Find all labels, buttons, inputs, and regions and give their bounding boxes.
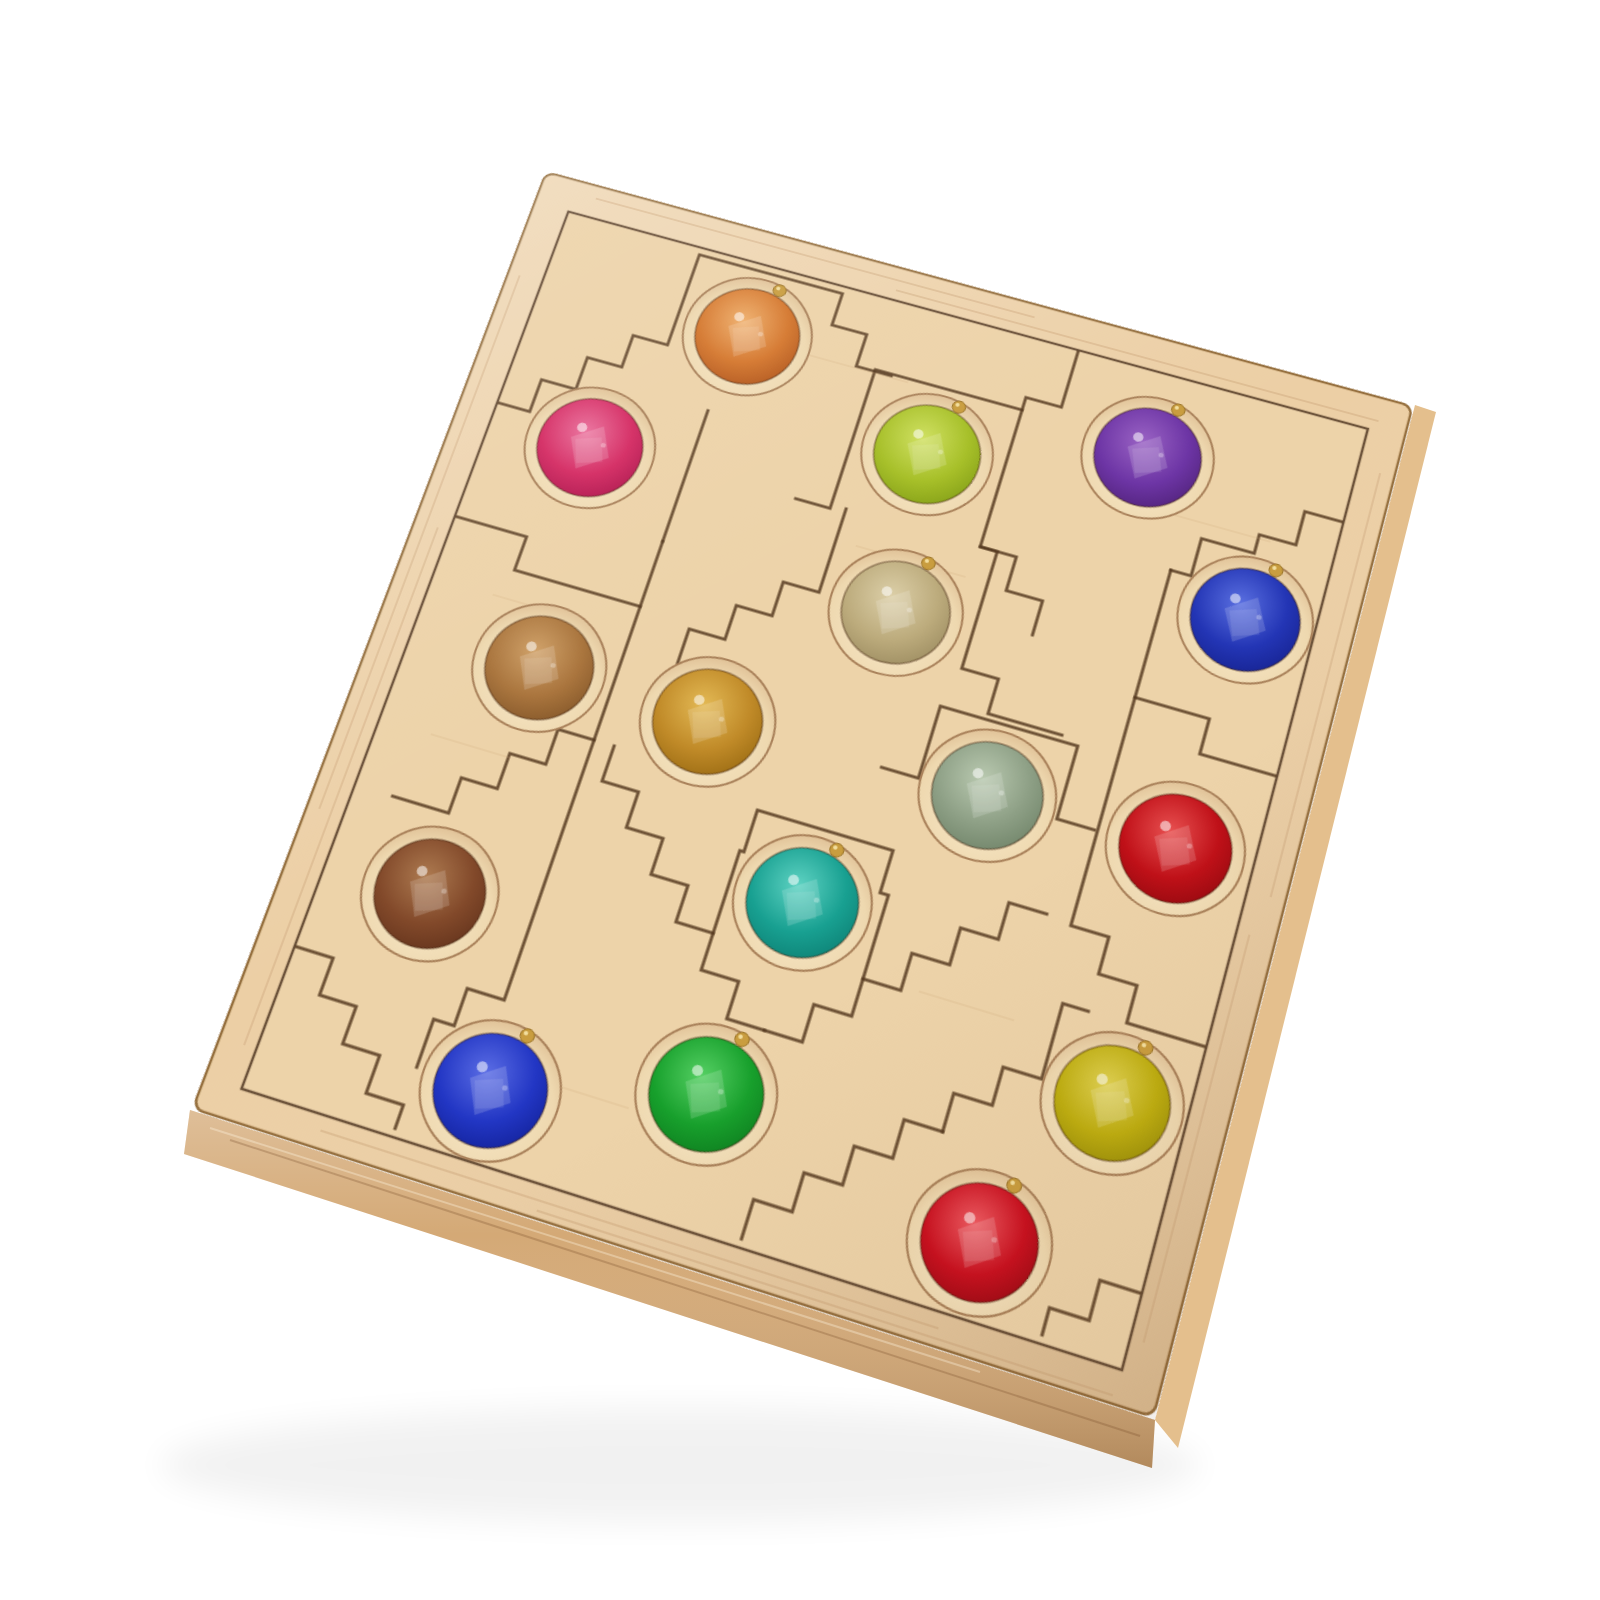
gem-facet xyxy=(733,326,760,351)
gem-facet xyxy=(972,784,1002,812)
gem-facet xyxy=(1132,447,1161,473)
gem-facet xyxy=(1229,609,1259,636)
gem-facet xyxy=(880,602,909,629)
gem-facet xyxy=(692,711,721,739)
gem-facet xyxy=(1096,1091,1128,1121)
gem-facet xyxy=(475,1079,504,1109)
gem-facet xyxy=(690,1082,720,1112)
gem-facet xyxy=(912,444,940,470)
gem-facet xyxy=(963,1230,995,1261)
gem-facet xyxy=(1159,837,1190,866)
product-photo-scene xyxy=(0,0,1600,1600)
gem-facet xyxy=(415,882,443,911)
gem-facet xyxy=(787,891,817,920)
gem-facet xyxy=(575,437,602,463)
gem-facet xyxy=(524,657,552,684)
